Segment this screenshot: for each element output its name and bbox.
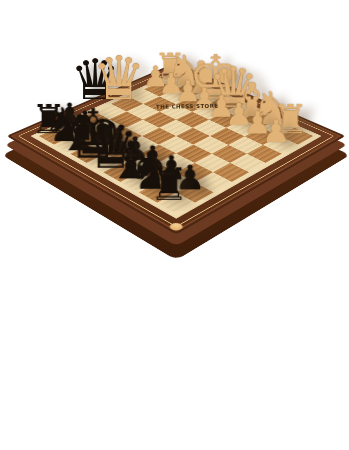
- chess-set-product-photo: ♜♞♝♛♚♝♞♜♟♟♟♟♟♟♟♟♟♟♟♟♟♟♟♟♜♞♝♛♚♝♞♜ THE CHE…: [0, 0, 349, 450]
- white-pawn: ♟: [235, 116, 317, 148]
- corner-inlay-dot: [167, 222, 185, 232]
- extra-white-queen: ♛: [92, 48, 146, 108]
- black-rook: ♜: [124, 162, 214, 207]
- chess-board: ♜♞♝♛♚♝♞♜♟♟♟♟♟♟♟♟♟♟♟♟♟♟♟♟♜♞♝♛♚♝♞♜: [6, 62, 345, 234]
- chess-scene: ♜♞♝♛♚♝♞♜♟♟♟♟♟♟♟♟♟♟♟♟♟♟♟♟♜♞♝♛♚♝♞♜: [0, 0, 349, 450]
